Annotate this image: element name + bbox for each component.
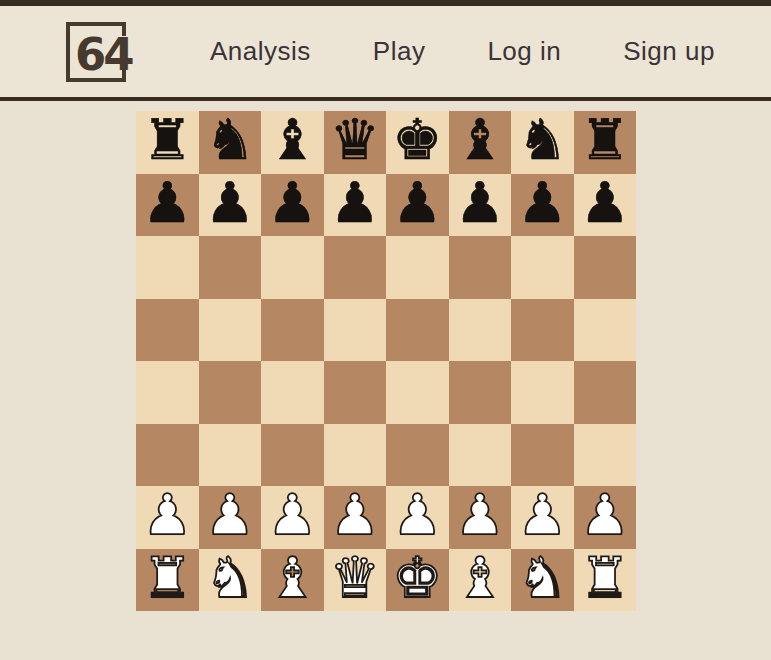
piece-white-bishop[interactable]: ♝ — [455, 550, 505, 606]
square-e5[interactable] — [386, 299, 449, 362]
square-b6[interactable] — [199, 236, 262, 299]
piece-white-pawn[interactable]: ♟ — [517, 487, 567, 543]
logo-64[interactable]: 64 — [62, 20, 142, 84]
piece-black-pawn[interactable]: ♟ — [205, 175, 255, 231]
square-f1[interactable]: ♝ — [449, 549, 512, 612]
chess-board: ♜♞♝♛♚♝♞♜♟♟♟♟♟♟♟♟♟♟♟♟♟♟♟♟♜♞♝♛♚♝♞♜ — [136, 111, 636, 611]
square-d5[interactable] — [324, 299, 387, 362]
square-e1[interactable]: ♚ — [386, 549, 449, 612]
square-e6[interactable] — [386, 236, 449, 299]
piece-white-rook[interactable]: ♜ — [580, 550, 630, 606]
square-d2[interactable]: ♟ — [324, 486, 387, 549]
piece-black-queen[interactable]: ♛ — [330, 112, 380, 168]
piece-white-pawn[interactable]: ♟ — [205, 487, 255, 543]
square-b3[interactable] — [199, 424, 262, 487]
piece-black-pawn[interactable]: ♟ — [517, 175, 567, 231]
square-e2[interactable]: ♟ — [386, 486, 449, 549]
piece-black-pawn[interactable]: ♟ — [455, 175, 505, 231]
square-g7[interactable]: ♟ — [511, 174, 574, 237]
square-g4[interactable] — [511, 361, 574, 424]
square-c7[interactable]: ♟ — [261, 174, 324, 237]
piece-white-king[interactable]: ♚ — [392, 550, 442, 606]
square-d1[interactable]: ♛ — [324, 549, 387, 612]
square-e7[interactable]: ♟ — [386, 174, 449, 237]
square-f5[interactable] — [449, 299, 512, 362]
piece-black-rook[interactable]: ♜ — [580, 112, 630, 168]
square-a8[interactable]: ♜ — [136, 111, 199, 174]
square-d3[interactable] — [324, 424, 387, 487]
square-a4[interactable] — [136, 361, 199, 424]
square-f4[interactable] — [449, 361, 512, 424]
piece-black-pawn[interactable]: ♟ — [392, 175, 442, 231]
site-header: 64 Analysis Play Log in Sign up — [0, 6, 771, 101]
piece-white-pawn[interactable]: ♟ — [455, 487, 505, 543]
piece-black-knight[interactable]: ♞ — [517, 112, 567, 168]
piece-black-bishop[interactable]: ♝ — [455, 112, 505, 168]
piece-white-bishop[interactable]: ♝ — [267, 550, 317, 606]
square-a3[interactable] — [136, 424, 199, 487]
piece-white-knight[interactable]: ♞ — [517, 550, 567, 606]
piece-white-pawn[interactable]: ♟ — [142, 487, 192, 543]
nav-sign-up[interactable]: Sign up — [623, 36, 715, 67]
square-d4[interactable] — [324, 361, 387, 424]
piece-black-pawn[interactable]: ♟ — [267, 175, 317, 231]
piece-white-rook[interactable]: ♜ — [142, 550, 192, 606]
square-a6[interactable] — [136, 236, 199, 299]
square-c1[interactable]: ♝ — [261, 549, 324, 612]
square-g3[interactable] — [511, 424, 574, 487]
piece-black-knight[interactable]: ♞ — [205, 112, 255, 168]
square-f8[interactable]: ♝ — [449, 111, 512, 174]
main-nav: Analysis Play Log in Sign up — [210, 36, 715, 67]
piece-black-bishop[interactable]: ♝ — [267, 112, 317, 168]
square-c8[interactable]: ♝ — [261, 111, 324, 174]
main-content: ♜♞♝♛♚♝♞♜♟♟♟♟♟♟♟♟♟♟♟♟♟♟♟♟♜♞♝♛♚♝♞♜ — [0, 101, 771, 611]
square-d8[interactable]: ♛ — [324, 111, 387, 174]
square-h6[interactable] — [574, 236, 637, 299]
piece-black-pawn[interactable]: ♟ — [142, 175, 192, 231]
piece-white-knight[interactable]: ♞ — [205, 550, 255, 606]
logo-text: 64 — [75, 28, 133, 81]
square-c2[interactable]: ♟ — [261, 486, 324, 549]
nav-play[interactable]: Play — [373, 36, 426, 67]
piece-black-pawn[interactable]: ♟ — [330, 175, 380, 231]
square-h8[interactable]: ♜ — [574, 111, 637, 174]
square-f7[interactable]: ♟ — [449, 174, 512, 237]
square-e3[interactable] — [386, 424, 449, 487]
square-e8[interactable]: ♚ — [386, 111, 449, 174]
square-h5[interactable] — [574, 299, 637, 362]
piece-white-pawn[interactable]: ♟ — [267, 487, 317, 543]
nav-log-in[interactable]: Log in — [487, 36, 561, 67]
piece-black-pawn[interactable]: ♟ — [580, 175, 630, 231]
square-g5[interactable] — [511, 299, 574, 362]
square-d7[interactable]: ♟ — [324, 174, 387, 237]
square-g2[interactable]: ♟ — [511, 486, 574, 549]
square-e4[interactable] — [386, 361, 449, 424]
square-b2[interactable]: ♟ — [199, 486, 262, 549]
square-f6[interactable] — [449, 236, 512, 299]
piece-white-queen[interactable]: ♛ — [330, 550, 380, 606]
square-a1[interactable]: ♜ — [136, 549, 199, 612]
square-h1[interactable]: ♜ — [574, 549, 637, 612]
square-b8[interactable]: ♞ — [199, 111, 262, 174]
square-c6[interactable] — [261, 236, 324, 299]
logo-frame-icon: 64 — [62, 20, 142, 84]
square-h7[interactable]: ♟ — [574, 174, 637, 237]
square-g8[interactable]: ♞ — [511, 111, 574, 174]
piece-white-pawn[interactable]: ♟ — [392, 487, 442, 543]
piece-white-pawn[interactable]: ♟ — [330, 487, 380, 543]
square-g6[interactable] — [511, 236, 574, 299]
square-h4[interactable] — [574, 361, 637, 424]
square-b5[interactable] — [199, 299, 262, 362]
square-b1[interactable]: ♞ — [199, 549, 262, 612]
piece-black-rook[interactable]: ♜ — [142, 112, 192, 168]
square-f2[interactable]: ♟ — [449, 486, 512, 549]
square-h3[interactable] — [574, 424, 637, 487]
square-h2[interactable]: ♟ — [574, 486, 637, 549]
square-c3[interactable] — [261, 424, 324, 487]
square-c4[interactable] — [261, 361, 324, 424]
square-g1[interactable]: ♞ — [511, 549, 574, 612]
square-a2[interactable]: ♟ — [136, 486, 199, 549]
nav-analysis[interactable]: Analysis — [210, 36, 311, 67]
piece-white-pawn[interactable]: ♟ — [580, 487, 630, 543]
square-c5[interactable] — [261, 299, 324, 362]
square-b7[interactable]: ♟ — [199, 174, 262, 237]
square-a7[interactable]: ♟ — [136, 174, 199, 237]
square-d6[interactable] — [324, 236, 387, 299]
square-f3[interactable] — [449, 424, 512, 487]
piece-black-king[interactable]: ♚ — [392, 112, 442, 168]
square-b4[interactable] — [199, 361, 262, 424]
square-a5[interactable] — [136, 299, 199, 362]
